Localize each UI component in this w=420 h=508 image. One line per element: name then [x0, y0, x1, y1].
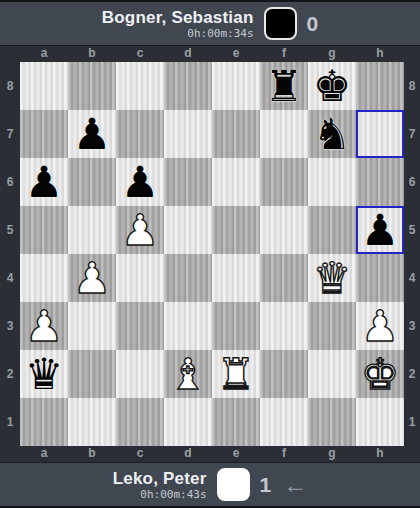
- rank-label-5: 5: [0, 206, 20, 254]
- square-e5[interactable]: [212, 206, 260, 254]
- square-d1[interactable]: [164, 398, 212, 446]
- file-label-g: g: [308, 46, 356, 62]
- top-player-bar: Bogner, Sebastian 0h:00m:34s 0: [0, 0, 420, 46]
- piece-white-queen[interactable]: ♛: [313, 254, 352, 302]
- white-player-color-icon: [217, 468, 250, 501]
- file-label-a: a: [20, 46, 68, 62]
- square-a3[interactable]: ♟: [20, 302, 68, 350]
- rank-label-1: 1: [404, 398, 420, 446]
- square-e3[interactable]: [212, 302, 260, 350]
- file-label-a: a: [20, 446, 68, 462]
- square-g7[interactable]: ♞: [308, 110, 356, 158]
- square-b8[interactable]: [68, 62, 116, 110]
- rank-label-7: 7: [0, 110, 20, 158]
- file-label-c: c: [116, 446, 164, 462]
- file-label-f: f: [260, 446, 308, 462]
- square-f2[interactable]: [260, 350, 308, 398]
- turn-indicator-arrow-icon: ←: [283, 473, 307, 497]
- square-c6[interactable]: ♟: [116, 158, 164, 206]
- bottom-player-bar: Leko, Peter 0h:00m:43s 1 ←: [0, 462, 420, 508]
- file-labels-bottom: abcdefgh: [0, 446, 420, 462]
- square-d4[interactable]: [164, 254, 212, 302]
- square-h3[interactable]: ♟: [356, 302, 404, 350]
- file-label-b: b: [68, 446, 116, 462]
- rank-labels-right: 87654321: [404, 62, 420, 446]
- square-b7[interactable]: ♟: [68, 110, 116, 158]
- square-c5[interactable]: ♟: [116, 206, 164, 254]
- square-a2[interactable]: ♛: [20, 350, 68, 398]
- rank-label-1: 1: [0, 398, 20, 446]
- file-label-d: d: [164, 446, 212, 462]
- file-label-e: e: [212, 46, 260, 62]
- square-d5[interactable]: [164, 206, 212, 254]
- piece-white-bishop[interactable]: ♝: [169, 350, 208, 398]
- bottom-player-name: Leko, Peter: [113, 469, 207, 488]
- square-a8[interactable]: [20, 62, 68, 110]
- square-b1[interactable]: [68, 398, 116, 446]
- square-b3[interactable]: [68, 302, 116, 350]
- rank-label-3: 3: [0, 302, 20, 350]
- bottom-player-name-block: Leko, Peter 0h:00m:43s: [113, 469, 207, 501]
- piece-white-rook[interactable]: ♜: [217, 350, 256, 398]
- square-c3[interactable]: [116, 302, 164, 350]
- rank-label-7: 7: [404, 110, 420, 158]
- square-b4[interactable]: ♟: [68, 254, 116, 302]
- rank-label-8: 8: [0, 62, 20, 110]
- square-c4[interactable]: [116, 254, 164, 302]
- top-player-name-block: Bogner, Sebastian 0h:00m:34s: [102, 8, 254, 40]
- square-e4[interactable]: [212, 254, 260, 302]
- square-g6[interactable]: [308, 158, 356, 206]
- black-player-color-icon: [264, 7, 297, 40]
- square-h2[interactable]: ♚: [356, 350, 404, 398]
- piece-white-pawn[interactable]: ♟: [25, 302, 64, 350]
- file-labels-top: abcdefgh: [0, 46, 420, 62]
- piece-black-pawn[interactable]: ♟: [121, 158, 160, 206]
- square-f6[interactable]: [260, 158, 308, 206]
- square-f8[interactable]: ♜: [260, 62, 308, 110]
- rank-label-4: 4: [0, 254, 20, 302]
- piece-white-king[interactable]: ♚: [361, 350, 400, 398]
- file-label-e: e: [212, 446, 260, 462]
- rank-label-2: 2: [0, 350, 20, 398]
- square-g5[interactable]: [308, 206, 356, 254]
- piece-white-pawn[interactable]: ♟: [361, 302, 400, 350]
- square-h5[interactable]: ♟: [356, 206, 404, 254]
- top-player-clock: 0h:00m:34s: [187, 27, 253, 40]
- chess-app-window: Bogner, Sebastian 0h:00m:34s 0 abcdefgh …: [0, 0, 420, 508]
- square-b5[interactable]: [68, 206, 116, 254]
- rank-labels-left: 87654321: [0, 62, 20, 446]
- bottom-player-score: 1: [260, 473, 272, 497]
- square-a4[interactable]: [20, 254, 68, 302]
- square-d3[interactable]: [164, 302, 212, 350]
- file-label-h: h: [356, 46, 404, 62]
- square-h6[interactable]: [356, 158, 404, 206]
- rank-label-2: 2: [404, 350, 420, 398]
- piece-white-pawn[interactable]: ♟: [121, 206, 160, 254]
- rank-label-5: 5: [404, 206, 420, 254]
- square-g3[interactable]: [308, 302, 356, 350]
- square-f4[interactable]: [260, 254, 308, 302]
- piece-black-king[interactable]: ♚: [313, 62, 352, 110]
- square-d2[interactable]: ♝: [164, 350, 212, 398]
- file-label-f: f: [260, 46, 308, 62]
- square-c2[interactable]: [116, 350, 164, 398]
- square-g2[interactable]: [308, 350, 356, 398]
- file-label-c: c: [116, 46, 164, 62]
- piece-black-pawn[interactable]: ♟: [73, 110, 112, 158]
- square-g8[interactable]: ♚: [308, 62, 356, 110]
- square-e1[interactable]: [212, 398, 260, 446]
- square-f5[interactable]: [260, 206, 308, 254]
- square-f3[interactable]: [260, 302, 308, 350]
- square-g4[interactable]: ♛: [308, 254, 356, 302]
- square-f1[interactable]: [260, 398, 308, 446]
- square-g1[interactable]: [308, 398, 356, 446]
- board-area: 87654321 ♜♚♟♞♟♟♟♟♟♛♟♟♛♝♜♚ 87654321: [0, 62, 420, 446]
- square-c8[interactable]: [116, 62, 164, 110]
- rank-label-3: 3: [404, 302, 420, 350]
- square-f7[interactable]: [260, 110, 308, 158]
- square-c1[interactable]: [116, 398, 164, 446]
- top-player-name: Bogner, Sebastian: [102, 8, 254, 27]
- rank-label-6: 6: [0, 158, 20, 206]
- file-label-g: g: [308, 446, 356, 462]
- square-b6[interactable]: [68, 158, 116, 206]
- square-e2[interactable]: ♜: [212, 350, 260, 398]
- top-player-score: 0: [307, 12, 319, 36]
- square-a5[interactable]: [20, 206, 68, 254]
- rank-label-4: 4: [404, 254, 420, 302]
- piece-black-queen[interactable]: ♛: [25, 350, 64, 398]
- piece-black-knight[interactable]: ♞: [313, 110, 352, 158]
- square-b2[interactable]: [68, 350, 116, 398]
- square-e6[interactable]: [212, 158, 260, 206]
- chess-board[interactable]: ♜♚♟♞♟♟♟♟♟♛♟♟♛♝♜♚: [20, 62, 404, 446]
- piece-black-pawn[interactable]: ♟: [25, 158, 64, 206]
- square-h1[interactable]: [356, 398, 404, 446]
- square-e7[interactable]: [212, 110, 260, 158]
- square-a6[interactable]: ♟: [20, 158, 68, 206]
- file-label-d: d: [164, 46, 212, 62]
- rank-label-6: 6: [404, 158, 420, 206]
- piece-white-pawn[interactable]: ♟: [73, 254, 112, 302]
- square-h4[interactable]: [356, 254, 404, 302]
- square-a7[interactable]: [20, 110, 68, 158]
- file-label-b: b: [68, 46, 116, 62]
- bottom-player-clock: 0h:00m:43s: [140, 488, 206, 501]
- piece-black-pawn[interactable]: ♟: [361, 206, 400, 254]
- rank-label-8: 8: [404, 62, 420, 110]
- piece-black-rook[interactable]: ♜: [265, 62, 304, 110]
- square-a1[interactable]: [20, 398, 68, 446]
- square-h8[interactable]: [356, 62, 404, 110]
- square-c7[interactable]: [116, 110, 164, 158]
- square-h7[interactable]: [356, 110, 404, 158]
- square-d7[interactable]: [164, 110, 212, 158]
- file-label-h: h: [356, 446, 404, 462]
- square-d6[interactable]: [164, 158, 212, 206]
- square-e8[interactable]: [212, 62, 260, 110]
- square-d8[interactable]: [164, 62, 212, 110]
